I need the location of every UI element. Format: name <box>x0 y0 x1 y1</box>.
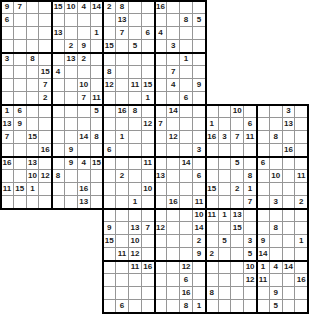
given-digit: 5 <box>248 250 252 258</box>
cell-r19c14[interactable] <box>167 235 180 248</box>
cell-r23c9[interactable] <box>103 287 116 300</box>
cell-r13c18[interactable] <box>219 157 232 170</box>
cell-r18c15[interactable] <box>180 222 193 235</box>
cell-r2c10: 13 <box>116 14 129 27</box>
cell-r7c15[interactable] <box>180 79 193 92</box>
cell-r1c11[interactable] <box>129 1 142 14</box>
given-digit: 10 <box>246 263 255 271</box>
cell-r10c11[interactable] <box>129 118 142 131</box>
cell-r9c19: 10 <box>231 105 244 118</box>
cell-r1c13: 16 <box>155 1 168 14</box>
given-digit: 12 <box>130 250 139 258</box>
given-digit: 1 <box>209 120 213 128</box>
given-digit: 15 <box>15 185 24 193</box>
cell-r9c11: 8 <box>129 105 142 118</box>
given-digit: 13 <box>54 29 63 37</box>
given-digit: 10 <box>28 172 37 180</box>
cell-r23c21[interactable] <box>257 287 270 300</box>
cell-r22c14[interactable] <box>167 274 180 287</box>
cell-r23c11[interactable] <box>129 287 142 300</box>
cell-r14c19[interactable] <box>231 170 244 183</box>
cell-r15c18[interactable] <box>219 183 232 196</box>
cell-r3c6[interactable] <box>65 27 78 40</box>
cell-r23c18[interactable] <box>219 287 232 300</box>
cell-r17c21[interactable] <box>257 209 270 222</box>
cell-r15c10[interactable] <box>116 183 129 196</box>
cell-r17c22[interactable] <box>270 209 283 222</box>
given-digit: 7 <box>235 133 239 141</box>
cell-r9c2: 6 <box>14 105 27 118</box>
cell-r2c3[interactable] <box>27 14 40 27</box>
cell-r10c17: 1 <box>206 118 219 131</box>
cell-r9c6[interactable] <box>65 105 78 118</box>
cell-r1c5: 15 <box>52 1 65 14</box>
cell-r11c10: 1 <box>116 131 129 144</box>
cell-r3c7[interactable] <box>78 27 91 40</box>
given-digit: 10 <box>233 107 242 115</box>
cell-r11c23[interactable] <box>283 131 296 144</box>
cell-r10c9[interactable] <box>103 118 116 131</box>
cell-r23c22: 9 <box>270 287 283 300</box>
given-digit: 1 <box>184 55 188 63</box>
cell-r18c14[interactable] <box>167 222 180 235</box>
cell-r13c3: 13 <box>27 157 40 170</box>
cell-r18c18[interactable] <box>219 222 232 235</box>
given-digit: 5 <box>273 302 277 310</box>
given-digit: 8 <box>133 107 137 115</box>
cell-r9c13[interactable] <box>155 105 168 118</box>
given-digit: 9 <box>197 250 201 258</box>
cell-r15c21[interactable] <box>257 183 270 196</box>
box-border-horizontal <box>102 312 309 314</box>
cell-r2c13[interactable] <box>155 14 168 27</box>
given-digit: 10 <box>79 81 88 89</box>
cell-r13c13[interactable] <box>155 157 168 170</box>
cell-r23c13[interactable] <box>155 287 168 300</box>
cell-r5c5[interactable] <box>52 53 65 66</box>
cell-r11c13[interactable] <box>155 131 168 144</box>
given-digit: 10 <box>271 172 280 180</box>
cell-r17c13[interactable] <box>155 209 168 222</box>
cell-r10c7[interactable] <box>78 118 91 131</box>
cell-r1c3[interactable] <box>27 1 40 14</box>
cell-r9c17[interactable] <box>206 105 219 118</box>
given-digit: 11 <box>3 185 11 193</box>
cell-r22c22[interactable] <box>270 274 283 287</box>
cell-r14c15[interactable] <box>180 170 193 183</box>
given-digit: 14 <box>284 263 293 271</box>
given-digit: 6 <box>261 159 265 167</box>
cell-r14c1[interactable] <box>1 170 14 183</box>
cell-r18c9: 9 <box>103 222 116 235</box>
cell-r10c14[interactable] <box>167 118 180 131</box>
cell-r2c11[interactable] <box>129 14 142 27</box>
cell-r2c14[interactable] <box>167 14 180 27</box>
cell-r13c2[interactable] <box>14 157 27 170</box>
given-digit: 15 <box>105 237 114 245</box>
given-digit: 8 <box>248 172 252 180</box>
given-digit: 13 <box>2 120 11 128</box>
cell-r13c9[interactable] <box>103 157 116 170</box>
cell-r21c13[interactable] <box>155 261 168 274</box>
given-digit: 16 <box>2 159 11 167</box>
given-digit: 7 <box>120 29 124 37</box>
cell-r5c2[interactable] <box>14 53 27 66</box>
cell-r19c17[interactable] <box>206 235 219 248</box>
cell-r18c17[interactable] <box>206 222 219 235</box>
cell-r14c9[interactable] <box>103 170 116 183</box>
cell-r5c10[interactable] <box>116 53 129 66</box>
cell-r1c15[interactable] <box>180 1 193 14</box>
cell-r17c9[interactable] <box>103 209 116 222</box>
cell-r14c3: 10 <box>27 170 40 183</box>
cell-r22c13[interactable] <box>155 274 168 287</box>
cell-r13c14[interactable] <box>167 157 180 170</box>
cell-r19c9: 15 <box>103 235 116 248</box>
cell-r13c23[interactable] <box>283 157 296 170</box>
cell-r11c19: 7 <box>231 131 244 144</box>
given-digit: 10 <box>194 211 203 219</box>
given-digit: 16 <box>182 289 191 297</box>
given-digit: 7 <box>248 198 252 206</box>
cell-r6c11[interactable] <box>129 66 142 79</box>
given-digit: 16 <box>284 146 293 154</box>
given-digit: 1 <box>145 94 149 102</box>
cell-r23c19[interactable] <box>231 287 244 300</box>
cell-r3c2[interactable] <box>14 27 27 40</box>
given-digit: 1 <box>197 302 201 310</box>
cell-r3c14[interactable] <box>167 27 180 40</box>
cell-r23c17: 8 <box>206 287 219 300</box>
cell-r9c22[interactable] <box>270 105 283 118</box>
cell-r10c22[interactable] <box>270 118 283 131</box>
cell-r9c23: 3 <box>283 105 296 118</box>
cell-r21c9[interactable] <box>103 261 116 274</box>
cell-r5c7: 2 <box>78 53 91 66</box>
cell-r22c21: 11 <box>257 274 270 287</box>
given-digit: 15 <box>143 81 152 89</box>
given-digit: 9 <box>69 146 73 154</box>
cell-r9c7[interactable] <box>78 105 91 118</box>
cell-r1c10: 8 <box>116 1 129 14</box>
cell-r3c9[interactable] <box>103 27 116 40</box>
cell-r6c13[interactable] <box>155 66 168 79</box>
cell-r13c22[interactable] <box>270 157 283 170</box>
cell-r13c11[interactable] <box>129 157 142 170</box>
cell-r5c14[interactable] <box>167 53 180 66</box>
cell-r21c17[interactable] <box>206 261 219 274</box>
cell-r17c15[interactable] <box>180 209 193 222</box>
given-digit: 14 <box>79 133 88 141</box>
given-digit: 15 <box>92 159 101 167</box>
cell-r15c11[interactable] <box>129 183 142 196</box>
given-digit: 3 <box>248 237 252 245</box>
cell-r13c7: 4 <box>78 157 91 170</box>
given-digit: 2 <box>107 3 111 11</box>
cell-r19c13[interactable] <box>155 235 168 248</box>
given-digit: 6 <box>184 276 188 284</box>
cell-r2c5[interactable] <box>52 14 65 27</box>
given-digit: 12 <box>143 120 152 128</box>
cell-r9c10: 16 <box>116 105 129 118</box>
given-digit: 1 <box>120 133 124 141</box>
cell-r15c22[interactable] <box>270 183 283 196</box>
cell-r13c6: 9 <box>65 157 78 170</box>
given-digit: 9 <box>197 81 201 89</box>
cell-r7c6[interactable] <box>65 79 78 92</box>
cell-r10c10[interactable] <box>116 118 129 131</box>
cell-r13c5[interactable] <box>52 157 65 170</box>
cell-r7c1[interactable] <box>1 79 14 92</box>
given-digit: 8 <box>184 16 188 24</box>
given-digit: 9 <box>261 237 265 245</box>
cell-r19c19[interactable] <box>231 235 244 248</box>
given-digit: 1 <box>261 263 265 271</box>
given-digit: 9 <box>107 224 111 232</box>
cell-r11c15[interactable] <box>180 131 193 144</box>
cell-r5c9[interactable] <box>103 53 116 66</box>
cell-r22c9[interactable] <box>103 274 116 287</box>
cell-r11c11[interactable] <box>129 131 142 144</box>
cell-r2c9[interactable] <box>103 14 116 27</box>
cell-r17c11[interactable] <box>129 209 142 222</box>
given-digit: 13 <box>66 55 75 63</box>
cell-r14c2[interactable] <box>14 170 27 183</box>
cell-r5c13[interactable] <box>155 53 168 66</box>
box-border-horizontal <box>0 0 207 2</box>
cell-r14c10: 2 <box>116 170 129 183</box>
given-digit: 10 <box>143 185 152 193</box>
cell-r22c18[interactable] <box>219 274 232 287</box>
cell-r7c13[interactable] <box>155 79 168 92</box>
cell-r11c1: 7 <box>1 131 14 144</box>
cell-r7c11: 11 <box>129 79 142 92</box>
cell-r6c3[interactable] <box>27 66 40 79</box>
cell-r2c2[interactable] <box>14 14 27 27</box>
given-digit: 5 <box>235 159 239 167</box>
given-digit: 2 <box>235 185 239 193</box>
given-digit: 2 <box>209 250 213 258</box>
given-digit: 14 <box>169 107 178 115</box>
cell-r10c3[interactable] <box>27 118 40 131</box>
cell-r22c19[interactable] <box>231 274 244 287</box>
cell-r18c23[interactable] <box>283 222 296 235</box>
given-digit: 3 <box>197 146 201 154</box>
cell-r11c3: 15 <box>27 131 40 144</box>
given-digit: 4 <box>56 68 60 76</box>
given-digit: 12 <box>41 172 50 180</box>
cell-r11c6[interactable] <box>65 131 78 144</box>
cell-r21c14[interactable] <box>167 261 180 274</box>
cell-r19c11: 10 <box>129 235 142 248</box>
cell-r5c11[interactable] <box>129 53 142 66</box>
cell-r11c2[interactable] <box>14 131 27 144</box>
given-digit: 9 <box>17 120 21 128</box>
given-digit: 13 <box>79 198 88 206</box>
cell-r10c13: 7 <box>155 118 168 131</box>
given-digit: 3 <box>5 55 9 63</box>
cell-r11c21[interactable] <box>257 131 270 144</box>
cell-r3c15[interactable] <box>180 27 193 40</box>
cell-r15c23[interactable] <box>283 183 296 196</box>
cell-r19c15[interactable] <box>180 235 193 248</box>
cell-r14c21[interactable] <box>257 170 270 183</box>
given-digit: 6 <box>248 120 252 128</box>
cell-r3c11[interactable] <box>129 27 142 40</box>
cell-r14c22: 10 <box>270 170 283 183</box>
cell-r17c14[interactable] <box>167 209 180 222</box>
cell-r10c15[interactable] <box>180 118 193 131</box>
cell-r2c7[interactable] <box>78 14 91 27</box>
given-digit: 15 <box>54 3 63 11</box>
given-digit: 6 <box>197 172 201 180</box>
given-digit: 8 <box>107 68 111 76</box>
cell-r23c10[interactable] <box>116 287 129 300</box>
cell-r2c1: 6 <box>1 14 14 27</box>
cell-r10c6[interactable] <box>65 118 78 131</box>
given-digit: 11 <box>297 172 305 180</box>
cell-r9c15[interactable] <box>180 105 193 118</box>
cell-r15c5[interactable] <box>52 183 65 196</box>
cell-r2c6[interactable] <box>65 14 78 27</box>
cell-r7c5[interactable] <box>52 79 65 92</box>
cell-r17c23[interactable] <box>283 209 296 222</box>
cell-r9c3[interactable] <box>27 105 40 118</box>
cell-r9c9[interactable] <box>103 105 116 118</box>
cell-r22c17[interactable] <box>206 274 219 287</box>
cell-r7c3[interactable] <box>27 79 40 92</box>
cell-r19c10[interactable] <box>116 235 129 248</box>
cell-r6c7[interactable] <box>78 66 91 79</box>
cell-r9c21[interactable] <box>257 105 270 118</box>
given-digit: 12 <box>182 263 191 271</box>
cell-r19c23[interactable] <box>283 235 296 248</box>
cell-r21c10[interactable] <box>116 261 129 274</box>
given-digit: 2 <box>81 55 85 63</box>
given-digit: 7 <box>158 120 162 128</box>
cell-r15c13[interactable] <box>155 183 168 196</box>
given-digit: 14 <box>258 250 267 258</box>
cell-r9c18[interactable] <box>219 105 232 118</box>
given-digit: 13 <box>130 224 139 232</box>
cell-r6c1[interactable] <box>1 66 14 79</box>
cell-r15c9[interactable] <box>103 183 116 196</box>
cell-r3c5: 13 <box>52 27 65 40</box>
cell-r11c9[interactable] <box>103 131 116 144</box>
cell-r15c2: 15 <box>14 183 27 196</box>
given-digit: 15 <box>41 68 50 76</box>
puzzle-page: 9715104142816613851317642915533813211548… <box>0 0 309 320</box>
cell-r22c11[interactable] <box>129 274 142 287</box>
cell-r13c10[interactable] <box>116 157 129 170</box>
cell-r9c1: 1 <box>1 105 14 118</box>
cell-r17c10[interactable] <box>116 209 129 222</box>
given-digit: 1 <box>5 107 9 115</box>
cell-r14c6[interactable] <box>65 170 78 183</box>
given-digit: 11 <box>131 263 139 271</box>
cell-r6c6[interactable] <box>65 66 78 79</box>
cell-r19c18: 5 <box>219 235 232 248</box>
box-border-horizontal <box>102 260 309 262</box>
cell-r3c13: 4 <box>155 27 168 40</box>
cell-r11c17: 16 <box>206 131 219 144</box>
cell-r3c1[interactable] <box>1 27 14 40</box>
cell-r14c11[interactable] <box>129 170 142 183</box>
cell-r11c5[interactable] <box>52 131 65 144</box>
given-digit: 4 <box>81 3 85 11</box>
cell-r14c7[interactable] <box>78 170 91 183</box>
cell-r10c21[interactable] <box>257 118 270 131</box>
cell-r10c19[interactable] <box>231 118 244 131</box>
cell-r6c10[interactable] <box>116 66 129 79</box>
cell-r1c9: 2 <box>103 1 116 14</box>
given-digit: 1 <box>299 237 303 245</box>
cell-r14c17[interactable] <box>206 170 219 183</box>
cell-r19c22[interactable] <box>270 235 283 248</box>
cell-r18c21[interactable] <box>257 222 270 235</box>
cell-r6c2[interactable] <box>14 66 27 79</box>
given-digit: 16 <box>143 263 152 271</box>
cell-r15c14[interactable] <box>167 183 180 196</box>
cell-r18c10[interactable] <box>116 222 129 235</box>
cell-r6c14: 7 <box>167 66 180 79</box>
cell-r15c3: 1 <box>27 183 40 196</box>
cell-r15c6[interactable] <box>65 183 78 196</box>
cell-r10c1: 13 <box>1 118 14 131</box>
given-digit: 7 <box>171 68 175 76</box>
cell-r10c5[interactable] <box>52 118 65 131</box>
cell-r1c7: 4 <box>78 1 91 14</box>
cell-r18c11: 13 <box>129 222 142 235</box>
cell-r21c19[interactable] <box>231 261 244 274</box>
cell-r13c17[interactable] <box>206 157 219 170</box>
cell-r22c23[interactable] <box>283 274 296 287</box>
given-digit: 4 <box>158 29 162 37</box>
cell-r21c11: 11 <box>129 261 142 274</box>
cell-r7c2[interactable] <box>14 79 27 92</box>
cell-r23c23[interactable] <box>283 287 296 300</box>
given-digit: 6 <box>120 302 124 310</box>
cell-r19c21: 9 <box>257 235 270 248</box>
cell-r21c18[interactable] <box>219 261 232 274</box>
cell-r6c15[interactable] <box>180 66 193 79</box>
given-digit: 8 <box>30 55 34 63</box>
cell-r17c19: 13 <box>231 209 244 222</box>
cell-r15c19: 2 <box>231 183 244 196</box>
cell-r9c5[interactable] <box>52 105 65 118</box>
cell-r3c3[interactable] <box>27 27 40 40</box>
cell-r7c10[interactable] <box>116 79 129 92</box>
given-digit: 6 <box>5 16 9 24</box>
cell-r14c18[interactable] <box>219 170 232 183</box>
cell-r6c9: 8 <box>103 66 116 79</box>
given-digit: 13 <box>284 120 293 128</box>
cell-r21c15: 12 <box>180 261 193 274</box>
cell-r1c14[interactable] <box>167 1 180 14</box>
cell-r17c17: 11 <box>206 209 219 222</box>
given-digit: 12 <box>105 81 114 89</box>
cell-r14c14[interactable] <box>167 170 180 183</box>
given-digit: 11 <box>92 94 100 102</box>
cell-r14c23[interactable] <box>283 170 296 183</box>
cell-r15c15[interactable] <box>180 183 193 196</box>
cell-r23c14[interactable] <box>167 287 180 300</box>
cell-r22c10[interactable] <box>116 274 129 287</box>
cell-r18c19: 15 <box>231 222 244 235</box>
given-digit: 2 <box>69 42 73 50</box>
cell-r10c18[interactable] <box>219 118 232 131</box>
cell-r5c3: 8 <box>27 53 40 66</box>
